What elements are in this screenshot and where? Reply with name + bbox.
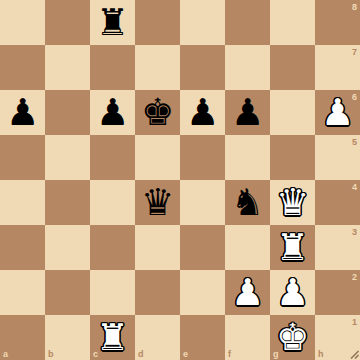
square-c2[interactable] [90, 270, 135, 315]
square-g5[interactable] [270, 135, 315, 180]
square-g4[interactable]: ♛ [270, 180, 315, 225]
square-d4[interactable]: ♛ [135, 180, 180, 225]
square-d2[interactable] [135, 270, 180, 315]
square-h3[interactable]: 3 [315, 225, 360, 270]
piece-black-pawn-c6[interactable]: ♟ [90, 90, 135, 135]
square-f6[interactable]: ♟ [225, 90, 270, 135]
square-g8[interactable] [270, 0, 315, 45]
square-g7[interactable] [270, 45, 315, 90]
square-e3[interactable] [180, 225, 225, 270]
square-g1[interactable]: g♚ [270, 315, 315, 360]
square-h2[interactable]: 2 [315, 270, 360, 315]
square-f5[interactable] [225, 135, 270, 180]
square-a5[interactable] [0, 135, 45, 180]
square-e4[interactable] [180, 180, 225, 225]
chess-board: ♜87♟♟♚♟♟6♟5♛♞♛4♜3♟♟2abc♜defg♚1h [0, 0, 360, 360]
piece-white-queen-g4[interactable]: ♛ [270, 180, 315, 225]
square-b6[interactable] [45, 90, 90, 135]
square-h6[interactable]: 6♟ [315, 90, 360, 135]
piece-white-pawn-f2[interactable]: ♟ [225, 270, 270, 315]
file-label-f: f [228, 349, 231, 359]
file-label-d: d [138, 349, 144, 359]
square-g2[interactable]: ♟ [270, 270, 315, 315]
rank-label-1: 1 [352, 317, 357, 327]
square-a3[interactable] [0, 225, 45, 270]
rank-label-3: 3 [352, 227, 357, 237]
square-d5[interactable] [135, 135, 180, 180]
piece-black-pawn-f6[interactable]: ♟ [225, 90, 270, 135]
square-g6[interactable] [270, 90, 315, 135]
square-a4[interactable] [0, 180, 45, 225]
square-f8[interactable] [225, 0, 270, 45]
piece-black-knight-f4[interactable]: ♞ [225, 180, 270, 225]
square-c5[interactable] [90, 135, 135, 180]
file-label-a: a [3, 349, 8, 359]
square-h7[interactable]: 7 [315, 45, 360, 90]
square-b8[interactable] [45, 0, 90, 45]
rank-label-5: 5 [352, 137, 357, 147]
square-d8[interactable] [135, 0, 180, 45]
square-b7[interactable] [45, 45, 90, 90]
piece-white-rook-c1[interactable]: ♜ [90, 315, 135, 360]
square-c4[interactable] [90, 180, 135, 225]
piece-white-rook-g3[interactable]: ♜ [270, 225, 315, 270]
square-f4[interactable]: ♞ [225, 180, 270, 225]
square-d3[interactable] [135, 225, 180, 270]
square-f2[interactable]: ♟ [225, 270, 270, 315]
piece-white-pawn-h6[interactable]: ♟ [315, 90, 360, 135]
square-b3[interactable] [45, 225, 90, 270]
square-b4[interactable] [45, 180, 90, 225]
square-b5[interactable] [45, 135, 90, 180]
square-e8[interactable] [180, 0, 225, 45]
square-d6[interactable]: ♚ [135, 90, 180, 135]
square-g3[interactable]: ♜ [270, 225, 315, 270]
square-c6[interactable]: ♟ [90, 90, 135, 135]
square-c8[interactable]: ♜ [90, 0, 135, 45]
square-h8[interactable]: 8 [315, 0, 360, 45]
board-resize-handle[interactable] [348, 348, 359, 359]
piece-black-rook-c8[interactable]: ♜ [90, 0, 135, 45]
square-a1[interactable]: a [0, 315, 45, 360]
rank-label-4: 4 [352, 182, 357, 192]
square-c1[interactable]: c♜ [90, 315, 135, 360]
piece-black-king-d6[interactable]: ♚ [135, 90, 180, 135]
square-a7[interactable] [0, 45, 45, 90]
file-label-h: h [318, 349, 324, 359]
file-label-b: b [48, 349, 54, 359]
square-e6[interactable]: ♟ [180, 90, 225, 135]
square-h4[interactable]: 4 [315, 180, 360, 225]
square-c3[interactable] [90, 225, 135, 270]
square-a2[interactable] [0, 270, 45, 315]
rank-label-8: 8 [352, 2, 357, 12]
square-f1[interactable]: f [225, 315, 270, 360]
square-f7[interactable] [225, 45, 270, 90]
piece-black-pawn-a6[interactable]: ♟ [0, 90, 45, 135]
file-label-e: e [183, 349, 188, 359]
square-d7[interactable] [135, 45, 180, 90]
square-b1[interactable]: b [45, 315, 90, 360]
square-a8[interactable] [0, 0, 45, 45]
square-e7[interactable] [180, 45, 225, 90]
piece-white-king-g1[interactable]: ♚ [270, 315, 315, 360]
square-f3[interactable] [225, 225, 270, 270]
square-e5[interactable] [180, 135, 225, 180]
piece-black-pawn-e6[interactable]: ♟ [180, 90, 225, 135]
rank-label-7: 7 [352, 47, 357, 57]
piece-black-queen-d4[interactable]: ♛ [135, 180, 180, 225]
rank-label-2: 2 [352, 272, 357, 282]
square-h5[interactable]: 5 [315, 135, 360, 180]
square-e2[interactable] [180, 270, 225, 315]
square-e1[interactable]: e [180, 315, 225, 360]
square-d1[interactable]: d [135, 315, 180, 360]
square-b2[interactable] [45, 270, 90, 315]
piece-white-pawn-g2[interactable]: ♟ [270, 270, 315, 315]
square-a6[interactable]: ♟ [0, 90, 45, 135]
square-c7[interactable] [90, 45, 135, 90]
